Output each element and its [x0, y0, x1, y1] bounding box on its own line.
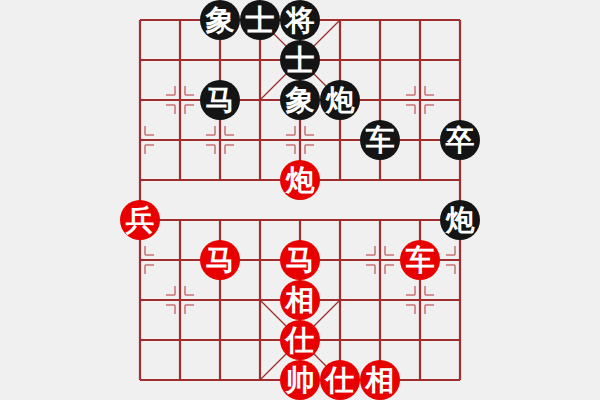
xiangqi-board: 象士将士马象炮车卒炮兵炮马马车相仕帅仕相: [0, 0, 600, 400]
piece-red-horse[interactable]: 马: [200, 240, 240, 280]
piece-black-chariot[interactable]: 车: [360, 120, 400, 160]
piece-red-horse[interactable]: 马: [280, 240, 320, 280]
piece-black-general[interactable]: 将: [280, 0, 320, 40]
piece-red-cannon[interactable]: 炮: [280, 160, 320, 200]
piece-black-advisor[interactable]: 士: [240, 0, 280, 40]
piece-red-elephant[interactable]: 相: [280, 280, 320, 320]
piece-red-advisor[interactable]: 仕: [280, 320, 320, 360]
piece-red-general[interactable]: 帅: [280, 360, 320, 400]
piece-red-soldier[interactable]: 兵: [120, 200, 160, 240]
piece-red-advisor[interactable]: 仕: [320, 360, 360, 400]
piece-red-chariot[interactable]: 车: [400, 240, 440, 280]
piece-black-cannon[interactable]: 炮: [320, 80, 360, 120]
piece-black-elephant[interactable]: 象: [280, 80, 320, 120]
piece-black-soldier[interactable]: 卒: [440, 120, 480, 160]
piece-black-horse[interactable]: 马: [200, 80, 240, 120]
piece-black-advisor[interactable]: 士: [280, 40, 320, 80]
piece-black-elephant[interactable]: 象: [200, 0, 240, 40]
piece-black-cannon[interactable]: 炮: [440, 200, 480, 240]
piece-red-elephant[interactable]: 相: [360, 360, 400, 400]
piece-layer[interactable]: 象士将士马象炮车卒炮兵炮马马车相仕帅仕相: [120, 0, 480, 400]
